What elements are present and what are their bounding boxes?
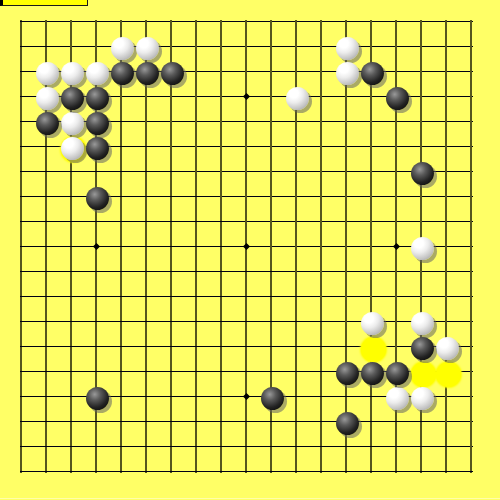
grid-line-vertical [320, 20, 322, 473]
white-stone [411, 237, 434, 260]
black-stone [86, 137, 109, 160]
black-stone [86, 387, 109, 410]
window-titlebar-artifact [0, 0, 88, 6]
white-stone [61, 112, 84, 135]
white-stone [61, 62, 84, 85]
black-stone [336, 412, 359, 435]
black-stone [361, 62, 384, 85]
grid-line-horizontal [20, 271, 473, 272]
white-stone [336, 62, 359, 85]
white-stone [411, 312, 434, 335]
black-stone [361, 362, 384, 385]
white-stone [361, 312, 384, 335]
white-stone [336, 37, 359, 60]
black-stone [86, 112, 109, 135]
black-stone [261, 387, 284, 410]
black-stone [411, 337, 434, 360]
black-stone [61, 87, 84, 110]
white-stone [36, 87, 59, 110]
grid-line-horizontal [20, 346, 473, 347]
black-stone [386, 87, 409, 110]
white-stone [61, 137, 84, 160]
black-stone [111, 62, 134, 85]
grid-line-vertical [370, 20, 372, 473]
black-stone [161, 62, 184, 85]
black-stone [336, 362, 359, 385]
grid-line-horizontal [20, 321, 473, 322]
grid-line-vertical [470, 20, 472, 473]
black-stone [136, 62, 159, 85]
window-bottom-edge [0, 498, 500, 499]
white-stone [111, 37, 134, 60]
black-stone [411, 162, 434, 185]
white-stone [86, 62, 109, 85]
black-stone [86, 187, 109, 210]
grid-line-vertical [345, 20, 347, 473]
grid-line-horizontal [20, 446, 473, 447]
highlight-halo [411, 362, 436, 387]
white-stone [36, 62, 59, 85]
grid-line-horizontal [20, 471, 473, 472]
grid-line-horizontal [20, 296, 473, 297]
highlight-halo [361, 337, 386, 362]
white-stone [286, 87, 309, 110]
go-client-window [0, 0, 500, 500]
black-stone [86, 87, 109, 110]
grid-line-vertical [445, 20, 447, 473]
white-stone [411, 387, 434, 410]
grid-line-horizontal [20, 421, 473, 422]
black-stone [36, 112, 59, 135]
white-stone [136, 37, 159, 60]
go-board[interactable] [0, 0, 500, 500]
white-stone [436, 337, 459, 360]
highlight-halo [436, 362, 461, 387]
white-stone [386, 387, 409, 410]
black-stone [386, 362, 409, 385]
